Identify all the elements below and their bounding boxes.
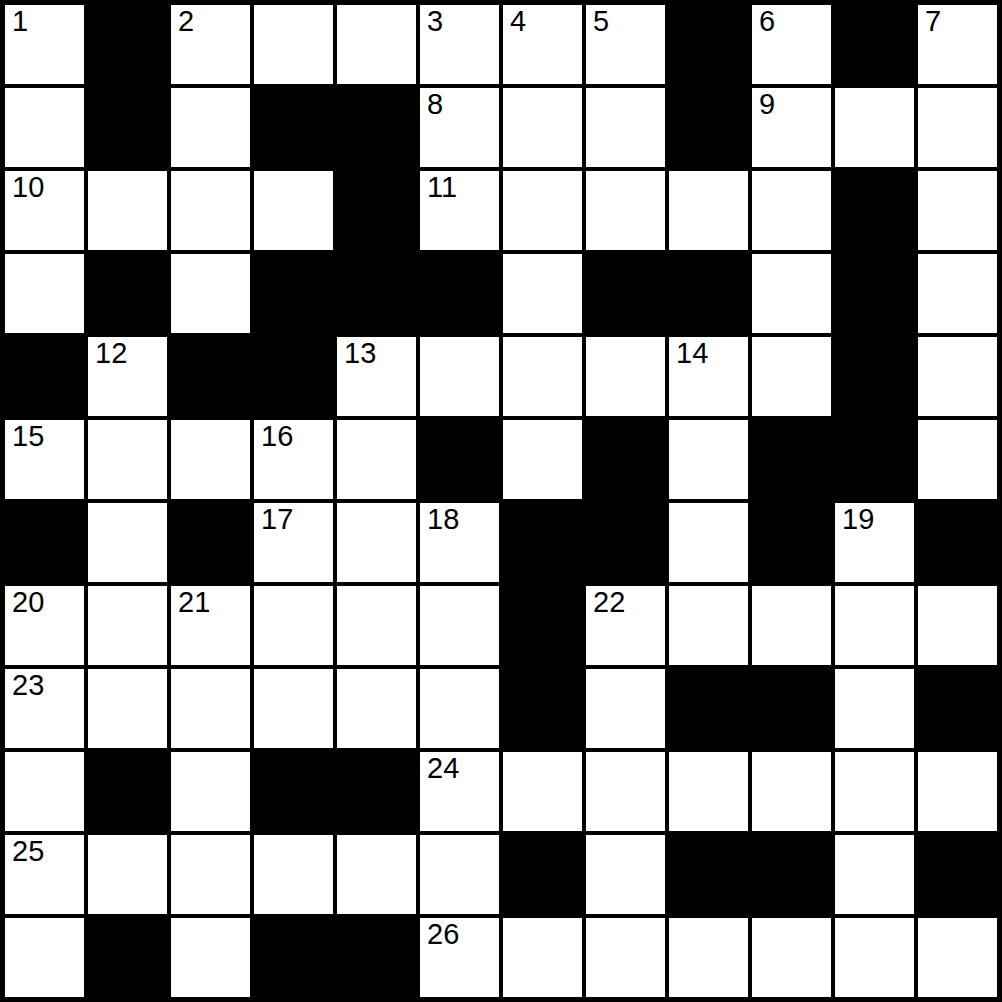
clue-number-7: 7 xyxy=(925,7,941,36)
clue-number-11: 11 xyxy=(427,173,457,202)
white-cell-r5c2[interactable] xyxy=(171,420,250,499)
black-cell-r9c1 xyxy=(88,752,167,831)
white-cell-r3c0[interactable] xyxy=(5,254,84,333)
white-cell-r7c11[interactable] xyxy=(918,586,997,665)
white-cell-r10c4[interactable] xyxy=(337,835,416,914)
clue-number-15: 15 xyxy=(12,422,44,451)
black-cell-r4c0 xyxy=(5,337,84,416)
clue-number-23: 23 xyxy=(12,671,44,700)
white-cell-r9c0[interactable] xyxy=(5,752,84,831)
white-cell-r4c9[interactable] xyxy=(752,337,831,416)
black-cell-r5c7 xyxy=(586,420,665,499)
white-cell-r2c7[interactable] xyxy=(586,171,665,250)
white-cell-r1c9[interactable]: 9 xyxy=(752,88,831,167)
black-cell-r8c11 xyxy=(918,669,997,748)
white-cell-r8c0[interactable]: 23 xyxy=(5,669,84,748)
white-cell-r10c5[interactable] xyxy=(420,835,499,914)
white-cell-r8c1[interactable] xyxy=(88,669,167,748)
white-cell-r9c2[interactable] xyxy=(171,752,250,831)
white-cell-r11c5[interactable]: 26 xyxy=(420,918,499,997)
white-cell-r4c11[interactable] xyxy=(918,337,997,416)
black-cell-r1c1 xyxy=(88,88,167,167)
white-cell-r7c0[interactable]: 20 xyxy=(5,586,84,665)
clue-number-17: 17 xyxy=(261,505,293,534)
white-cell-r7c10[interactable] xyxy=(835,586,914,665)
white-cell-r6c4[interactable] xyxy=(337,503,416,582)
black-cell-r6c6 xyxy=(503,503,582,582)
black-cell-r3c8 xyxy=(669,254,748,333)
white-cell-r4c6[interactable] xyxy=(503,337,582,416)
white-cell-r2c2[interactable] xyxy=(171,171,250,250)
white-cell-r3c9[interactable] xyxy=(752,254,831,333)
white-cell-r11c6[interactable] xyxy=(503,918,582,997)
black-cell-r6c2 xyxy=(171,503,250,582)
clue-number-2: 2 xyxy=(178,7,194,36)
crossword-grid: 1234567891011121314151617181920212223242… xyxy=(0,0,1002,1002)
black-cell-r3c7 xyxy=(586,254,665,333)
clue-number-21: 21 xyxy=(178,588,210,617)
white-cell-r8c7[interactable] xyxy=(586,669,665,748)
white-cell-r1c11[interactable] xyxy=(918,88,997,167)
black-cell-r7c6 xyxy=(503,586,582,665)
black-cell-r1c8 xyxy=(669,88,748,167)
white-cell-r1c0[interactable] xyxy=(5,88,84,167)
white-cell-r9c9[interactable] xyxy=(752,752,831,831)
white-cell-r10c2[interactable] xyxy=(171,835,250,914)
black-cell-r9c3 xyxy=(254,752,333,831)
black-cell-r5c10 xyxy=(835,420,914,499)
white-cell-r0c7[interactable]: 5 xyxy=(586,5,665,84)
clue-number-4: 4 xyxy=(510,7,526,36)
black-cell-r2c10 xyxy=(835,171,914,250)
black-cell-r3c10 xyxy=(835,254,914,333)
white-cell-r10c3[interactable] xyxy=(254,835,333,914)
clue-number-1: 1 xyxy=(12,7,28,36)
clue-number-13: 13 xyxy=(344,339,376,368)
white-cell-r4c5[interactable] xyxy=(420,337,499,416)
white-cell-r8c10[interactable] xyxy=(835,669,914,748)
white-cell-r2c5[interactable]: 11 xyxy=(420,171,499,250)
clue-number-3: 3 xyxy=(427,7,443,36)
white-cell-r1c2[interactable] xyxy=(171,88,250,167)
white-cell-r4c1[interactable]: 12 xyxy=(88,337,167,416)
white-cell-r0c11[interactable]: 7 xyxy=(918,5,997,84)
clue-number-9: 9 xyxy=(759,90,775,119)
white-cell-r0c9[interactable]: 6 xyxy=(752,5,831,84)
black-cell-r8c6 xyxy=(503,669,582,748)
white-cell-r7c2[interactable]: 21 xyxy=(171,586,250,665)
white-cell-r11c8[interactable] xyxy=(669,918,748,997)
white-cell-r7c9[interactable] xyxy=(752,586,831,665)
white-cell-r9c6[interactable] xyxy=(503,752,582,831)
clue-number-22: 22 xyxy=(593,588,625,617)
black-cell-r0c10 xyxy=(835,5,914,84)
black-cell-r4c10 xyxy=(835,337,914,416)
white-cell-r3c6[interactable] xyxy=(503,254,582,333)
clue-number-20: 20 xyxy=(12,588,44,617)
white-cell-r5c3[interactable]: 16 xyxy=(254,420,333,499)
white-cell-r5c6[interactable] xyxy=(503,420,582,499)
white-cell-r4c8[interactable]: 14 xyxy=(669,337,748,416)
white-cell-r11c11[interactable] xyxy=(918,918,997,997)
white-cell-r11c0[interactable] xyxy=(5,918,84,997)
black-cell-r10c8 xyxy=(669,835,748,914)
white-cell-r7c8[interactable] xyxy=(669,586,748,665)
white-cell-r2c6[interactable] xyxy=(503,171,582,250)
black-cell-r1c3 xyxy=(254,88,333,167)
white-cell-r11c10[interactable] xyxy=(835,918,914,997)
white-cell-r2c3[interactable] xyxy=(254,171,333,250)
black-cell-r3c3 xyxy=(254,254,333,333)
black-cell-r0c1 xyxy=(88,5,167,84)
black-cell-r10c6 xyxy=(503,835,582,914)
white-cell-r6c3[interactable]: 17 xyxy=(254,503,333,582)
white-cell-r8c3[interactable] xyxy=(254,669,333,748)
white-cell-r9c7[interactable] xyxy=(586,752,665,831)
black-cell-r8c8 xyxy=(669,669,748,748)
white-cell-r10c7[interactable] xyxy=(586,835,665,914)
white-cell-r1c7[interactable] xyxy=(586,88,665,167)
white-cell-r7c5[interactable] xyxy=(420,586,499,665)
white-cell-r7c1[interactable] xyxy=(88,586,167,665)
white-cell-r9c5[interactable]: 24 xyxy=(420,752,499,831)
white-cell-r11c7[interactable] xyxy=(586,918,665,997)
black-cell-r6c7 xyxy=(586,503,665,582)
white-cell-r3c11[interactable] xyxy=(918,254,997,333)
black-cell-r3c1 xyxy=(88,254,167,333)
black-cell-r6c11 xyxy=(918,503,997,582)
white-cell-r10c10[interactable] xyxy=(835,835,914,914)
black-cell-r6c0 xyxy=(5,503,84,582)
clue-number-10: 10 xyxy=(12,173,44,202)
black-cell-r1c4 xyxy=(337,88,416,167)
black-cell-r9c4 xyxy=(337,752,416,831)
black-cell-r5c9 xyxy=(752,420,831,499)
white-cell-r0c4[interactable] xyxy=(337,5,416,84)
clue-number-6: 6 xyxy=(759,7,775,36)
white-cell-r0c3[interactable] xyxy=(254,5,333,84)
black-cell-r11c3 xyxy=(254,918,333,997)
white-cell-r2c8[interactable] xyxy=(669,171,748,250)
black-cell-r4c3 xyxy=(254,337,333,416)
clue-number-16: 16 xyxy=(261,422,293,451)
white-cell-r3c2[interactable] xyxy=(171,254,250,333)
black-cell-r4c2 xyxy=(171,337,250,416)
white-cell-r0c6[interactable]: 4 xyxy=(503,5,582,84)
black-cell-r3c5 xyxy=(420,254,499,333)
black-cell-r5c5 xyxy=(420,420,499,499)
clue-number-24: 24 xyxy=(427,754,459,783)
white-cell-r5c1[interactable] xyxy=(88,420,167,499)
white-cell-r9c10[interactable] xyxy=(835,752,914,831)
white-cell-r0c5[interactable]: 3 xyxy=(420,5,499,84)
white-cell-r10c0[interactable]: 25 xyxy=(5,835,84,914)
black-cell-r2c4 xyxy=(337,171,416,250)
clue-number-8: 8 xyxy=(427,90,443,119)
white-cell-r6c1[interactable] xyxy=(88,503,167,582)
white-cell-r1c5[interactable]: 8 xyxy=(420,88,499,167)
white-cell-r4c4[interactable]: 13 xyxy=(337,337,416,416)
white-cell-r9c11[interactable] xyxy=(918,752,997,831)
white-cell-r0c2[interactable]: 2 xyxy=(171,5,250,84)
clue-number-12: 12 xyxy=(95,339,127,368)
clue-number-5: 5 xyxy=(593,7,609,36)
black-cell-r10c9 xyxy=(752,835,831,914)
white-cell-r9c8[interactable] xyxy=(669,752,748,831)
black-cell-r11c1 xyxy=(88,918,167,997)
clue-number-19: 19 xyxy=(842,505,874,534)
white-cell-r2c9[interactable] xyxy=(752,171,831,250)
white-cell-r8c2[interactable] xyxy=(171,669,250,748)
white-cell-r5c8[interactable] xyxy=(669,420,748,499)
white-cell-r2c1[interactable] xyxy=(88,171,167,250)
white-cell-r1c10[interactable] xyxy=(835,88,914,167)
white-cell-r11c9[interactable] xyxy=(752,918,831,997)
white-cell-r6c10[interactable]: 19 xyxy=(835,503,914,582)
white-cell-r4c7[interactable] xyxy=(586,337,665,416)
clue-number-18: 18 xyxy=(427,505,459,534)
black-cell-r0c8 xyxy=(669,5,748,84)
white-cell-r5c11[interactable] xyxy=(918,420,997,499)
clue-number-25: 25 xyxy=(12,837,44,866)
clue-number-26: 26 xyxy=(427,920,459,949)
white-cell-r8c5[interactable] xyxy=(420,669,499,748)
white-cell-r7c7[interactable]: 22 xyxy=(586,586,665,665)
black-cell-r6c9 xyxy=(752,503,831,582)
black-cell-r10c11 xyxy=(918,835,997,914)
black-cell-r8c9 xyxy=(752,669,831,748)
white-cell-r2c11[interactable] xyxy=(918,171,997,250)
black-cell-r3c4 xyxy=(337,254,416,333)
white-cell-r5c4[interactable] xyxy=(337,420,416,499)
white-cell-r8c4[interactable] xyxy=(337,669,416,748)
clue-number-14: 14 xyxy=(676,339,708,368)
white-cell-r5c0[interactable]: 15 xyxy=(5,420,84,499)
black-cell-r11c4 xyxy=(337,918,416,997)
white-cell-r11c2[interactable] xyxy=(171,918,250,997)
white-cell-r10c1[interactable] xyxy=(88,835,167,914)
white-cell-r7c4[interactable] xyxy=(337,586,416,665)
white-cell-r1c6[interactable] xyxy=(503,88,582,167)
white-cell-r7c3[interactable] xyxy=(254,586,333,665)
white-cell-r0c0[interactable]: 1 xyxy=(5,5,84,84)
white-cell-r6c5[interactable]: 18 xyxy=(420,503,499,582)
white-cell-r6c8[interactable] xyxy=(669,503,748,582)
white-cell-r2c0[interactable]: 10 xyxy=(5,171,84,250)
